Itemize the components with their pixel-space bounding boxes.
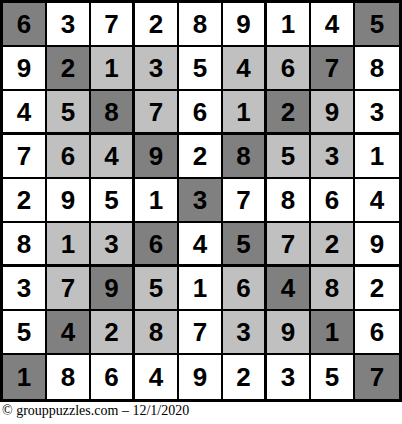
cell-r9c4: 4: [135, 355, 179, 399]
cell-r6c8: 2: [311, 223, 355, 267]
cell-r4c5: 2: [179, 135, 223, 179]
cell-r5c5: 3: [179, 179, 223, 223]
cell-r2c1: 9: [3, 47, 47, 91]
cell-r5c3: 5: [91, 179, 135, 223]
cell-r3c6: 1: [223, 91, 267, 135]
cell-r7c4: 5: [135, 267, 179, 311]
cell-r6c7: 7: [267, 223, 311, 267]
cell-r5c7: 8: [267, 179, 311, 223]
cell-r1c3: 7: [91, 3, 135, 47]
cell-r7c7: 4: [267, 267, 311, 311]
cell-r4c3: 4: [91, 135, 135, 179]
cell-r7c6: 6: [223, 267, 267, 311]
cell-r3c5: 6: [179, 91, 223, 135]
cell-r2c3: 1: [91, 47, 135, 91]
cell-r9c3: 6: [91, 355, 135, 399]
cell-r4c8: 3: [311, 135, 355, 179]
cell-r4c6: 8: [223, 135, 267, 179]
cell-r1c5: 8: [179, 3, 223, 47]
cell-r2c2: 2: [47, 47, 91, 91]
cell-r5c2: 9: [47, 179, 91, 223]
cell-r1c1: 6: [3, 3, 47, 47]
cell-r6c5: 4: [179, 223, 223, 267]
cell-r3c9: 3: [355, 91, 399, 135]
cell-r8c4: 8: [135, 311, 179, 355]
cell-r6c4: 6: [135, 223, 179, 267]
cell-r2c6: 4: [223, 47, 267, 91]
cell-r9c5: 9: [179, 355, 223, 399]
cell-r4c7: 5: [267, 135, 311, 179]
cell-r8c5: 7: [179, 311, 223, 355]
cell-r8c1: 5: [3, 311, 47, 355]
cell-r9c6: 2: [223, 355, 267, 399]
cell-r7c3: 9: [91, 267, 135, 311]
copyright-text: © grouppuzzles.com – 12/1/2020: [2, 403, 189, 419]
cell-r9c8: 5: [311, 355, 355, 399]
cell-r5c6: 7: [223, 179, 267, 223]
cell-r6c9: 9: [355, 223, 399, 267]
cell-r9c9: 7: [355, 355, 399, 399]
cell-r3c2: 5: [47, 91, 91, 135]
cell-r9c2: 8: [47, 355, 91, 399]
cell-r7c5: 1: [179, 267, 223, 311]
cell-r7c9: 2: [355, 267, 399, 311]
cell-r9c7: 3: [267, 355, 311, 399]
cell-r6c2: 1: [47, 223, 91, 267]
cell-r6c6: 5: [223, 223, 267, 267]
cell-r3c1: 4: [3, 91, 47, 135]
cell-r1c7: 1: [267, 3, 311, 47]
cell-r7c8: 8: [311, 267, 355, 311]
cell-r7c2: 7: [47, 267, 91, 311]
cell-r1c9: 5: [355, 3, 399, 47]
cell-r6c1: 8: [3, 223, 47, 267]
cell-r3c7: 2: [267, 91, 311, 135]
cell-r4c9: 1: [355, 135, 399, 179]
cell-r8c2: 4: [47, 311, 91, 355]
cell-r6c3: 3: [91, 223, 135, 267]
cell-r5c1: 2: [3, 179, 47, 223]
cell-r2c8: 7: [311, 47, 355, 91]
cell-r3c8: 9: [311, 91, 355, 135]
sudoku-page: 6372891459213546784587612937649285312951…: [0, 0, 402, 424]
sudoku-board: 6372891459213546784587612937649285312951…: [0, 0, 402, 402]
cell-r5c8: 6: [311, 179, 355, 223]
cell-r1c8: 4: [311, 3, 355, 47]
cell-r2c7: 6: [267, 47, 311, 91]
cell-r8c3: 2: [91, 311, 135, 355]
cell-r4c4: 9: [135, 135, 179, 179]
cell-r4c2: 6: [47, 135, 91, 179]
cell-r2c4: 3: [135, 47, 179, 91]
cell-r2c5: 5: [179, 47, 223, 91]
cell-r3c4: 7: [135, 91, 179, 135]
cell-r9c1: 1: [3, 355, 47, 399]
cell-r2c9: 8: [355, 47, 399, 91]
cell-r1c4: 2: [135, 3, 179, 47]
cell-r8c9: 6: [355, 311, 399, 355]
cell-r8c8: 1: [311, 311, 355, 355]
cell-r1c2: 3: [47, 3, 91, 47]
cell-r3c3: 8: [91, 91, 135, 135]
cell-r5c4: 1: [135, 179, 179, 223]
cell-r4c1: 7: [3, 135, 47, 179]
cell-r7c1: 3: [3, 267, 47, 311]
cell-r5c9: 4: [355, 179, 399, 223]
cell-r1c6: 9: [223, 3, 267, 47]
cell-r8c6: 3: [223, 311, 267, 355]
cell-r8c7: 9: [267, 311, 311, 355]
